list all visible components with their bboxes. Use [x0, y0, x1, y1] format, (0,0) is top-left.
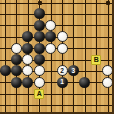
black-stone [22, 31, 33, 42]
grid-line-vertical [62, 0, 63, 114]
hoshi-star-point-icon [106, 1, 110, 5]
move-number: 2 [60, 68, 64, 75]
black-stone [34, 54, 45, 65]
black-stone-move-1: 1 [57, 77, 68, 88]
black-stone [34, 31, 45, 42]
grid-line-vertical [108, 0, 109, 114]
move-number: 3 [72, 68, 76, 75]
white-stone [45, 43, 56, 54]
white-stone [45, 20, 56, 31]
go-diagram: 231AB [0, 0, 114, 114]
black-stone [34, 20, 45, 31]
black-stone [11, 54, 22, 65]
hoshi-star-point-icon [38, 1, 42, 5]
grid-line-vertical [85, 0, 86, 114]
white-stone [57, 31, 68, 42]
white-stone [57, 43, 68, 54]
black-stone-move-3: 3 [68, 65, 79, 76]
black-stone [79, 77, 90, 88]
grid-line-vertical [51, 0, 52, 114]
grid-line-horizontal [0, 3, 114, 4]
white-stone [34, 77, 45, 88]
white-stone [22, 65, 33, 76]
point-label-b: B [91, 55, 101, 65]
grid-line-horizontal [0, 14, 114, 15]
white-stone [11, 43, 22, 54]
white-stone [34, 65, 45, 76]
white-stone [22, 54, 33, 65]
grid-line-horizontal [0, 94, 114, 95]
diagram-frame-right [112, 0, 114, 114]
black-stone [22, 43, 33, 54]
move-number: 1 [60, 79, 64, 86]
grid-line-horizontal [0, 105, 114, 106]
black-stone [22, 77, 33, 88]
point-label-a: A [34, 89, 44, 99]
black-stone [45, 31, 56, 42]
black-stone [11, 77, 22, 88]
white-stone-move-2: 2 [57, 65, 68, 76]
grid-line-vertical [5, 0, 6, 114]
black-stone [0, 65, 11, 76]
grid-line-horizontal [0, 25, 114, 26]
black-stone [34, 43, 45, 54]
black-stone [34, 8, 45, 19]
diagram-frame-bottom [0, 112, 114, 114]
black-stone [11, 65, 22, 76]
go-board: 231AB [0, 0, 114, 114]
grid-line-vertical [73, 0, 74, 114]
